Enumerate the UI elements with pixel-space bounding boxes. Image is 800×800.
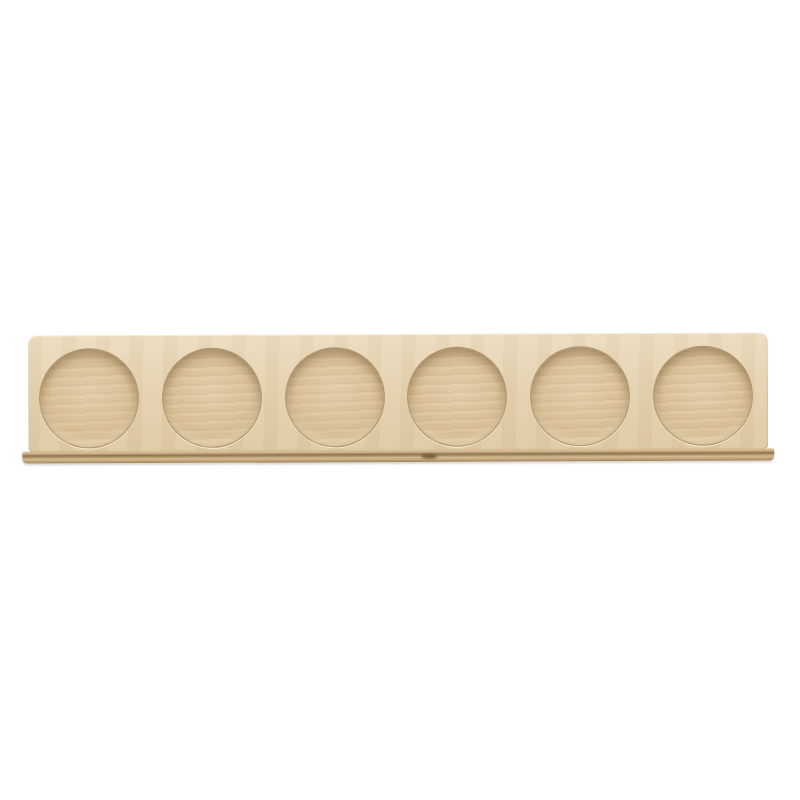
pit-3[interactable] [284,347,384,447]
pit-cell-4 [396,333,519,447]
pit-1[interactable] [39,348,139,448]
pit-2[interactable] [162,348,262,448]
pit-cell-5 [518,333,641,447]
pit-4[interactable] [407,347,507,447]
product-photo-canvas [0,0,800,800]
board-side-edge [22,448,774,463]
wood-knot-mark [421,453,437,458]
board-face [28,332,769,452]
pit-cell-1 [28,335,151,449]
pit-row [28,332,765,452]
pit-cell-3 [273,334,396,448]
pit-cell-6 [641,332,764,446]
pit-5[interactable] [530,346,630,446]
pit-cell-2 [150,335,273,449]
pit-6[interactable] [652,345,752,445]
mancala-tray-board [28,332,769,463]
